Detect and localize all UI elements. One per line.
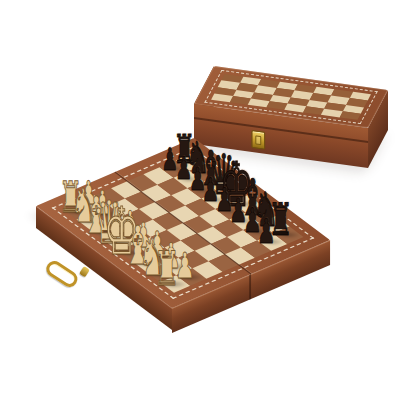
board-edge-seam [249,274,251,300]
piece-black-pawn: ♟ [257,214,276,248]
brass-clasp [251,130,265,150]
brass-clasp-inner [255,135,261,145]
brass-latch-hook [43,258,80,290]
piece-white-rook: ♜ [154,245,180,292]
chess-set-product-photo: ♜♞♝♛♚♝♞♜♟♟♟♟♟♟♟♟♟♟♟♟♟♟♟♟♜♞♝♛♚♝♞♜ [0,0,400,400]
